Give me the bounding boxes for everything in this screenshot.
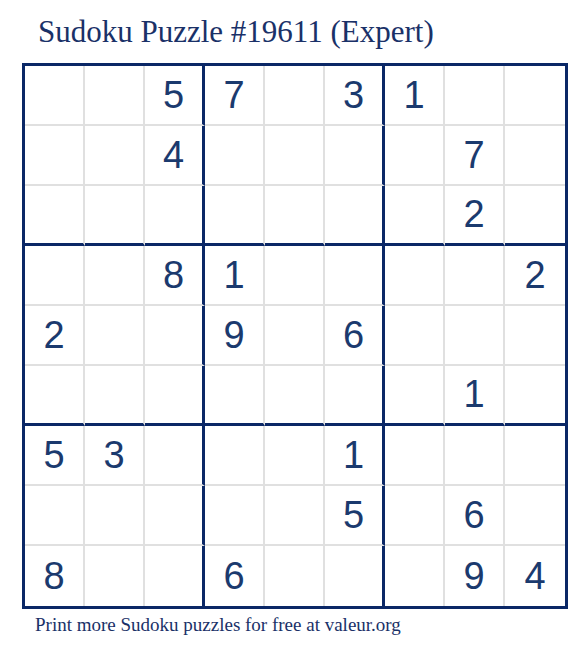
cell-r4c2[interactable] [85,246,145,306]
cell-r2c4[interactable] [205,126,265,186]
cell-r4c6[interactable] [325,246,385,306]
cell-r3c8[interactable]: 2 [445,186,505,246]
cell-r5c2[interactable] [85,306,145,366]
cell-r7c3[interactable] [145,426,205,486]
cell-r9c7[interactable] [385,546,445,606]
cell-r6c9[interactable] [505,366,565,426]
cell-r9c6[interactable] [325,546,385,606]
cell-r2c5[interactable] [265,126,325,186]
cell-r4c3[interactable]: 8 [145,246,205,306]
cell-r3c6[interactable] [325,186,385,246]
cell-r5c7[interactable] [385,306,445,366]
cell-r5c9[interactable] [505,306,565,366]
cell-r9c1[interactable]: 8 [25,546,85,606]
cell-r9c9[interactable]: 4 [505,546,565,606]
cell-r9c8[interactable]: 9 [445,546,505,606]
cell-r3c3[interactable] [145,186,205,246]
cell-r5c3[interactable] [145,306,205,366]
cell-r3c2[interactable] [85,186,145,246]
cell-r1c4[interactable]: 7 [205,66,265,126]
cell-r6c7[interactable] [385,366,445,426]
cell-r2c7[interactable] [385,126,445,186]
cell-r4c5[interactable] [265,246,325,306]
cell-r5c5[interactable] [265,306,325,366]
cell-r6c5[interactable] [265,366,325,426]
cell-r1c9[interactable] [505,66,565,126]
cell-r7c1[interactable]: 5 [25,426,85,486]
cell-r1c6[interactable]: 3 [325,66,385,126]
cell-r4c8[interactable] [445,246,505,306]
cell-r1c5[interactable] [265,66,325,126]
cell-r7c7[interactable] [385,426,445,486]
cell-r1c1[interactable] [25,66,85,126]
cell-r6c4[interactable] [205,366,265,426]
cell-r3c9[interactable] [505,186,565,246]
cell-r7c9[interactable] [505,426,565,486]
cell-r2c3[interactable]: 4 [145,126,205,186]
cell-r3c4[interactable] [205,186,265,246]
page: Sudoku Puzzle #19611 (Expert) 5731472812… [0,0,580,651]
cell-r8c5[interactable] [265,486,325,546]
cell-r6c8[interactable]: 1 [445,366,505,426]
cell-r1c3[interactable]: 5 [145,66,205,126]
cell-r2c8[interactable]: 7 [445,126,505,186]
cell-r1c7[interactable]: 1 [385,66,445,126]
cell-r4c9[interactable]: 2 [505,246,565,306]
cell-r8c2[interactable] [85,486,145,546]
cell-r6c2[interactable] [85,366,145,426]
cell-r7c4[interactable] [205,426,265,486]
cell-r5c1[interactable]: 2 [25,306,85,366]
cell-r9c4[interactable]: 6 [205,546,265,606]
cell-r8c4[interactable] [205,486,265,546]
cell-r8c7[interactable] [385,486,445,546]
cell-r9c3[interactable] [145,546,205,606]
cell-r6c6[interactable] [325,366,385,426]
cell-r3c1[interactable] [25,186,85,246]
cell-r7c6[interactable]: 1 [325,426,385,486]
cell-r9c2[interactable] [85,546,145,606]
cell-r3c5[interactable] [265,186,325,246]
cell-r5c4[interactable]: 9 [205,306,265,366]
cell-r2c2[interactable] [85,126,145,186]
page-title: Sudoku Puzzle #19611 (Expert) [38,14,434,50]
cell-r8c8[interactable]: 6 [445,486,505,546]
cell-r5c8[interactable] [445,306,505,366]
cell-r1c2[interactable] [85,66,145,126]
cell-r7c2[interactable]: 3 [85,426,145,486]
cell-r8c9[interactable] [505,486,565,546]
cell-r8c3[interactable] [145,486,205,546]
cell-r1c8[interactable] [445,66,505,126]
footer-text: Print more Sudoku puzzles for free at va… [35,614,401,636]
cell-r4c4[interactable]: 1 [205,246,265,306]
cell-r2c1[interactable] [25,126,85,186]
cell-r9c5[interactable] [265,546,325,606]
cell-r4c1[interactable] [25,246,85,306]
cell-r5c6[interactable]: 6 [325,306,385,366]
cell-r2c9[interactable] [505,126,565,186]
cell-r4c7[interactable] [385,246,445,306]
cell-r6c1[interactable] [25,366,85,426]
sudoku-board: 57314728122961531568694 [22,63,568,609]
cell-r7c8[interactable] [445,426,505,486]
cell-r2c6[interactable] [325,126,385,186]
cell-r6c3[interactable] [145,366,205,426]
cell-r8c1[interactable] [25,486,85,546]
cell-r3c7[interactable] [385,186,445,246]
cell-r7c5[interactable] [265,426,325,486]
cell-r8c6[interactable]: 5 [325,486,385,546]
